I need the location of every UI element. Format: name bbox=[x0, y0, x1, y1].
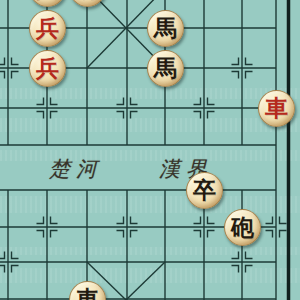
piece-red-soldier-c2[interactable]: 兵 bbox=[29, 10, 66, 47]
piece-black-horse-f3[interactable]: 馬 bbox=[147, 50, 184, 87]
piece-glyph: 車 bbox=[259, 91, 294, 125]
piece-red-soldier-c3[interactable]: 兵 bbox=[29, 50, 66, 87]
piece-glyph: 兵 bbox=[30, 51, 65, 85]
river-label-chu-he: 楚河 bbox=[49, 155, 103, 183]
piece-black-cannon-h7[interactable]: 砲 bbox=[224, 209, 261, 246]
piece-glyph: 砲 bbox=[225, 210, 260, 244]
piece-glyph: 馬 bbox=[148, 51, 183, 85]
piece-black-soldier-g6[interactable]: 卒 bbox=[186, 172, 223, 209]
piece-glyph: 將 bbox=[70, 0, 105, 5]
piece-glyph: 兵 bbox=[30, 0, 65, 5]
piece-glyph: 車 bbox=[70, 282, 105, 300]
piece-red-chariot-i4[interactable]: 車 bbox=[258, 90, 295, 127]
xiangqi-board[interactable]: 楚河 漢界 兵將兵馬兵馬車卒砲車 bbox=[0, 0, 300, 300]
piece-black-horse-f2[interactable]: 馬 bbox=[147, 10, 184, 47]
piece-glyph: 卒 bbox=[187, 173, 222, 207]
piece-black-chariot-d9[interactable]: 車 bbox=[69, 281, 106, 300]
piece-glyph: 馬 bbox=[148, 11, 183, 45]
piece-glyph: 兵 bbox=[30, 11, 65, 45]
